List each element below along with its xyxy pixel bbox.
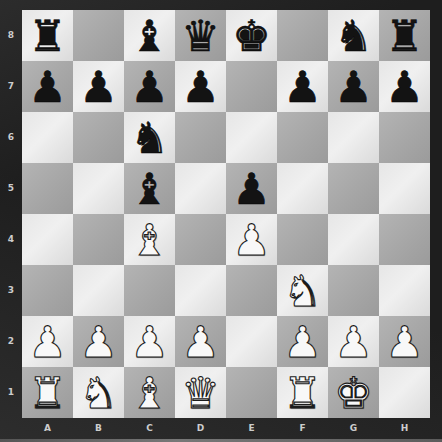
square-e7[interactable]	[226, 61, 277, 112]
white-pawn-icon[interactable]: ♟	[379, 316, 430, 367]
chess-board: ♜♝♛♚♞♜♟♟♟♟♟♟♟♞♝♟♝♟♞♟♟♟♟♟♟♟♜♞♝♛♜♚	[22, 10, 430, 418]
square-b6[interactable]	[73, 112, 124, 163]
white-pawn-icon[interactable]: ♟	[73, 316, 124, 367]
rank-label-7: 7	[0, 61, 22, 112]
square-f1[interactable]: ♜	[277, 367, 328, 418]
rank-label-4: 4	[0, 214, 22, 265]
white-queen-icon[interactable]: ♛	[175, 367, 226, 418]
white-pawn-icon[interactable]: ♟	[175, 316, 226, 367]
square-c6[interactable]: ♞	[124, 112, 175, 163]
rank-label-8: 8	[0, 10, 22, 61]
file-label-h: H	[379, 418, 430, 439]
square-c5[interactable]: ♝	[124, 163, 175, 214]
file-labels: ABCDEFGH	[22, 418, 430, 439]
square-g7[interactable]: ♟	[328, 61, 379, 112]
black-pawn-icon[interactable]: ♟	[175, 61, 226, 112]
square-a4[interactable]	[22, 214, 73, 265]
square-a5[interactable]	[22, 163, 73, 214]
square-g1[interactable]: ♚	[328, 367, 379, 418]
square-g3[interactable]	[328, 265, 379, 316]
black-rook-icon[interactable]: ♜	[379, 10, 430, 61]
black-knight-icon[interactable]: ♞	[328, 10, 379, 61]
square-f6[interactable]	[277, 112, 328, 163]
square-f4[interactable]	[277, 214, 328, 265]
rank-label-5: 5	[0, 163, 22, 214]
square-a7[interactable]: ♟	[22, 61, 73, 112]
white-pawn-icon[interactable]: ♟	[226, 214, 277, 265]
square-h1[interactable]	[379, 367, 430, 418]
black-rook-icon[interactable]: ♜	[22, 10, 73, 61]
file-label-c: C	[124, 418, 175, 439]
square-f2[interactable]: ♟	[277, 316, 328, 367]
square-h5[interactable]	[379, 163, 430, 214]
square-e2[interactable]	[226, 316, 277, 367]
black-pawn-icon[interactable]: ♟	[124, 61, 175, 112]
chess-diagram: 87654321 ♜♝♛♚♞♜♟♟♟♟♟♟♟♞♝♟♝♟♞♟♟♟♟♟♟♟♜♞♝♛♜…	[0, 0, 442, 442]
black-bishop-icon[interactable]: ♝	[124, 10, 175, 61]
square-c1[interactable]: ♝	[124, 367, 175, 418]
square-a2[interactable]: ♟	[22, 316, 73, 367]
black-knight-icon[interactable]: ♞	[124, 112, 175, 163]
square-d1[interactable]: ♛	[175, 367, 226, 418]
square-e8[interactable]: ♚	[226, 10, 277, 61]
black-bishop-icon[interactable]: ♝	[124, 163, 175, 214]
white-knight-icon[interactable]: ♞	[73, 367, 124, 418]
white-pawn-icon[interactable]: ♟	[277, 316, 328, 367]
white-rook-icon[interactable]: ♜	[22, 367, 73, 418]
square-c3[interactable]	[124, 265, 175, 316]
square-d5[interactable]	[175, 163, 226, 214]
square-d4[interactable]	[175, 214, 226, 265]
black-pawn-icon[interactable]: ♟	[226, 163, 277, 214]
black-pawn-icon[interactable]: ♟	[22, 61, 73, 112]
white-knight-icon[interactable]: ♞	[277, 265, 328, 316]
square-d8[interactable]: ♛	[175, 10, 226, 61]
square-f5[interactable]	[277, 163, 328, 214]
white-rook-icon[interactable]: ♜	[277, 367, 328, 418]
black-pawn-icon[interactable]: ♟	[328, 61, 379, 112]
black-queen-icon[interactable]: ♛	[175, 10, 226, 61]
square-d2[interactable]: ♟	[175, 316, 226, 367]
square-b4[interactable]	[73, 214, 124, 265]
square-a8[interactable]: ♜	[22, 10, 73, 61]
square-d6[interactable]	[175, 112, 226, 163]
white-pawn-icon[interactable]: ♟	[124, 316, 175, 367]
square-d7[interactable]: ♟	[175, 61, 226, 112]
square-b1[interactable]: ♞	[73, 367, 124, 418]
white-pawn-icon[interactable]: ♟	[22, 316, 73, 367]
rank-label-2: 2	[0, 316, 22, 367]
square-e4[interactable]: ♟	[226, 214, 277, 265]
square-b3[interactable]	[73, 265, 124, 316]
square-f8[interactable]	[277, 10, 328, 61]
white-pawn-icon[interactable]: ♟	[328, 316, 379, 367]
square-h2[interactable]: ♟	[379, 316, 430, 367]
square-h4[interactable]	[379, 214, 430, 265]
square-b7[interactable]: ♟	[73, 61, 124, 112]
rank-label-3: 3	[0, 265, 22, 316]
square-b2[interactable]: ♟	[73, 316, 124, 367]
square-b5[interactable]	[73, 163, 124, 214]
square-g6[interactable]	[328, 112, 379, 163]
square-a1[interactable]: ♜	[22, 367, 73, 418]
square-e6[interactable]	[226, 112, 277, 163]
black-king-icon[interactable]: ♚	[226, 10, 277, 61]
square-e5[interactable]: ♟	[226, 163, 277, 214]
square-h7[interactable]: ♟	[379, 61, 430, 112]
file-label-e: E	[226, 418, 277, 439]
square-b8[interactable]	[73, 10, 124, 61]
file-label-a: A	[22, 418, 73, 439]
rank-label-6: 6	[0, 112, 22, 163]
square-c8[interactable]: ♝	[124, 10, 175, 61]
square-g5[interactable]	[328, 163, 379, 214]
square-a6[interactable]	[22, 112, 73, 163]
white-bishop-icon[interactable]: ♝	[124, 367, 175, 418]
square-h8[interactable]: ♜	[379, 10, 430, 61]
square-f3[interactable]: ♞	[277, 265, 328, 316]
square-g4[interactable]	[328, 214, 379, 265]
square-e3[interactable]	[226, 265, 277, 316]
square-e1[interactable]	[226, 367, 277, 418]
black-pawn-icon[interactable]: ♟	[73, 61, 124, 112]
square-f7[interactable]: ♟	[277, 61, 328, 112]
square-d3[interactable]	[175, 265, 226, 316]
square-c4[interactable]: ♝	[124, 214, 175, 265]
square-g2[interactable]: ♟	[328, 316, 379, 367]
file-label-g: G	[328, 418, 379, 439]
square-c2[interactable]: ♟	[124, 316, 175, 367]
file-label-d: D	[175, 418, 226, 439]
black-pawn-icon[interactable]: ♟	[379, 61, 430, 112]
rank-label-1: 1	[0, 367, 22, 418]
square-c7[interactable]: ♟	[124, 61, 175, 112]
file-label-b: B	[73, 418, 124, 439]
file-label-f: F	[277, 418, 328, 439]
square-g8[interactable]: ♞	[328, 10, 379, 61]
white-bishop-icon[interactable]: ♝	[124, 214, 175, 265]
black-pawn-icon[interactable]: ♟	[277, 61, 328, 112]
square-h3[interactable]	[379, 265, 430, 316]
white-king-icon[interactable]: ♚	[328, 367, 379, 418]
rank-labels: 87654321	[0, 10, 22, 418]
square-h6[interactable]	[379, 112, 430, 163]
square-a3[interactable]	[22, 265, 73, 316]
